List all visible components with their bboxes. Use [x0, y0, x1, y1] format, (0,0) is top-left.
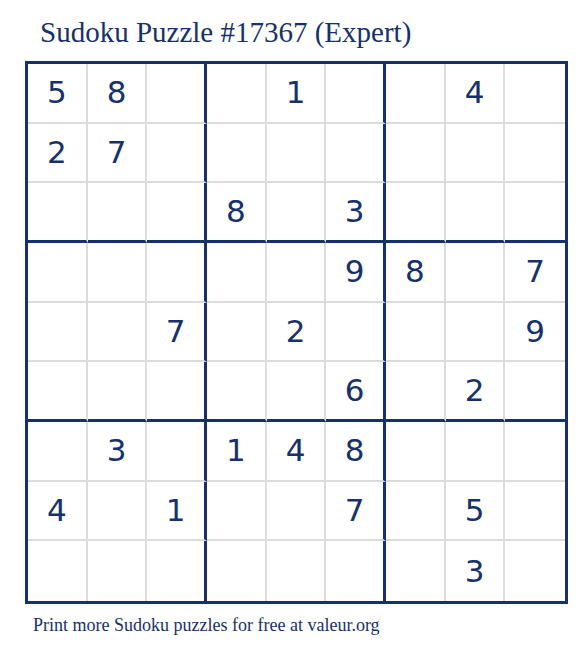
- cell-r6c9[interactable]: [505, 362, 565, 422]
- cell-r7c6[interactable]: 8: [326, 422, 386, 482]
- cell-r2c3[interactable]: [147, 124, 207, 184]
- cell-r9c4[interactable]: [207, 541, 267, 601]
- footer-text: Print more Sudoku puzzles for free at va…: [33, 615, 380, 636]
- sudoku-page: Sudoku Puzzle #17367 (Expert) 5814278398…: [0, 0, 580, 651]
- cell-r4c4[interactable]: [207, 243, 267, 303]
- cell-r3c9[interactable]: [505, 183, 565, 243]
- cell-r5c8[interactable]: [446, 303, 506, 363]
- cell-r7c9[interactable]: [505, 422, 565, 482]
- cell-r8c1[interactable]: 4: [28, 482, 88, 542]
- cell-r3c1[interactable]: [28, 183, 88, 243]
- cell-r1c8[interactable]: 4: [446, 64, 506, 124]
- cell-r5c7[interactable]: [386, 303, 446, 363]
- cell-r1c2[interactable]: 8: [88, 64, 148, 124]
- cell-r5c6[interactable]: [326, 303, 386, 363]
- cell-r3c8[interactable]: [446, 183, 506, 243]
- cell-r9c3[interactable]: [147, 541, 207, 601]
- cell-r4c8[interactable]: [446, 243, 506, 303]
- cell-r9c2[interactable]: [88, 541, 148, 601]
- cell-r3c4[interactable]: 8: [207, 183, 267, 243]
- cell-r7c1[interactable]: [28, 422, 88, 482]
- cell-r9c6[interactable]: [326, 541, 386, 601]
- cell-r5c2[interactable]: [88, 303, 148, 363]
- sudoku-board: 5814278398772962314841753: [25, 61, 568, 604]
- cell-r1c1[interactable]: 5: [28, 64, 88, 124]
- cell-r4c7[interactable]: 8: [386, 243, 446, 303]
- cell-r4c9[interactable]: 7: [505, 243, 565, 303]
- cell-r1c9[interactable]: [505, 64, 565, 124]
- cell-r9c1[interactable]: [28, 541, 88, 601]
- cell-r7c5[interactable]: 4: [267, 422, 327, 482]
- cell-r9c7[interactable]: [386, 541, 446, 601]
- cell-r8c2[interactable]: [88, 482, 148, 542]
- cell-r1c3[interactable]: [147, 64, 207, 124]
- cell-r1c4[interactable]: [207, 64, 267, 124]
- cell-r6c2[interactable]: [88, 362, 148, 422]
- cell-r2c7[interactable]: [386, 124, 446, 184]
- cell-r6c4[interactable]: [207, 362, 267, 422]
- cell-r3c3[interactable]: [147, 183, 207, 243]
- cell-r2c4[interactable]: [207, 124, 267, 184]
- cell-r6c6[interactable]: 6: [326, 362, 386, 422]
- cell-r1c7[interactable]: [386, 64, 446, 124]
- cell-r3c5[interactable]: [267, 183, 327, 243]
- cell-r2c2[interactable]: 7: [88, 124, 148, 184]
- cell-r5c3[interactable]: 7: [147, 303, 207, 363]
- cell-r1c5[interactable]: 1: [267, 64, 327, 124]
- cell-r2c5[interactable]: [267, 124, 327, 184]
- cell-r2c6[interactable]: [326, 124, 386, 184]
- cell-r2c8[interactable]: [446, 124, 506, 184]
- cell-r4c2[interactable]: [88, 243, 148, 303]
- cell-r3c2[interactable]: [88, 183, 148, 243]
- cell-r7c4[interactable]: 1: [207, 422, 267, 482]
- cell-r7c8[interactable]: [446, 422, 506, 482]
- cell-r4c6[interactable]: 9: [326, 243, 386, 303]
- cell-r6c5[interactable]: [267, 362, 327, 422]
- cell-r8c8[interactable]: 5: [446, 482, 506, 542]
- cell-r6c1[interactable]: [28, 362, 88, 422]
- page-title: Sudoku Puzzle #17367 (Expert): [40, 16, 411, 49]
- cell-r7c7[interactable]: [386, 422, 446, 482]
- cell-r8c3[interactable]: 1: [147, 482, 207, 542]
- cell-r7c3[interactable]: [147, 422, 207, 482]
- cell-r6c7[interactable]: [386, 362, 446, 422]
- cell-r8c7[interactable]: [386, 482, 446, 542]
- cell-r8c4[interactable]: [207, 482, 267, 542]
- cell-r2c9[interactable]: [505, 124, 565, 184]
- cell-r9c8[interactable]: 3: [446, 541, 506, 601]
- cell-r1c6[interactable]: [326, 64, 386, 124]
- cell-r4c5[interactable]: [267, 243, 327, 303]
- cell-r4c3[interactable]: [147, 243, 207, 303]
- cell-r8c6[interactable]: 7: [326, 482, 386, 542]
- cell-r3c6[interactable]: 3: [326, 183, 386, 243]
- cell-r6c3[interactable]: [147, 362, 207, 422]
- cell-r8c5[interactable]: [267, 482, 327, 542]
- cell-r5c1[interactable]: [28, 303, 88, 363]
- cell-r4c1[interactable]: [28, 243, 88, 303]
- cell-r3c7[interactable]: [386, 183, 446, 243]
- cell-r9c5[interactable]: [267, 541, 327, 601]
- cell-r2c1[interactable]: 2: [28, 124, 88, 184]
- cell-r5c9[interactable]: 9: [505, 303, 565, 363]
- cell-r7c2[interactable]: 3: [88, 422, 148, 482]
- cell-r5c5[interactable]: 2: [267, 303, 327, 363]
- cell-r6c8[interactable]: 2: [446, 362, 506, 422]
- cell-r5c4[interactable]: [207, 303, 267, 363]
- cell-r9c9[interactable]: [505, 541, 565, 601]
- cell-r8c9[interactable]: [505, 482, 565, 542]
